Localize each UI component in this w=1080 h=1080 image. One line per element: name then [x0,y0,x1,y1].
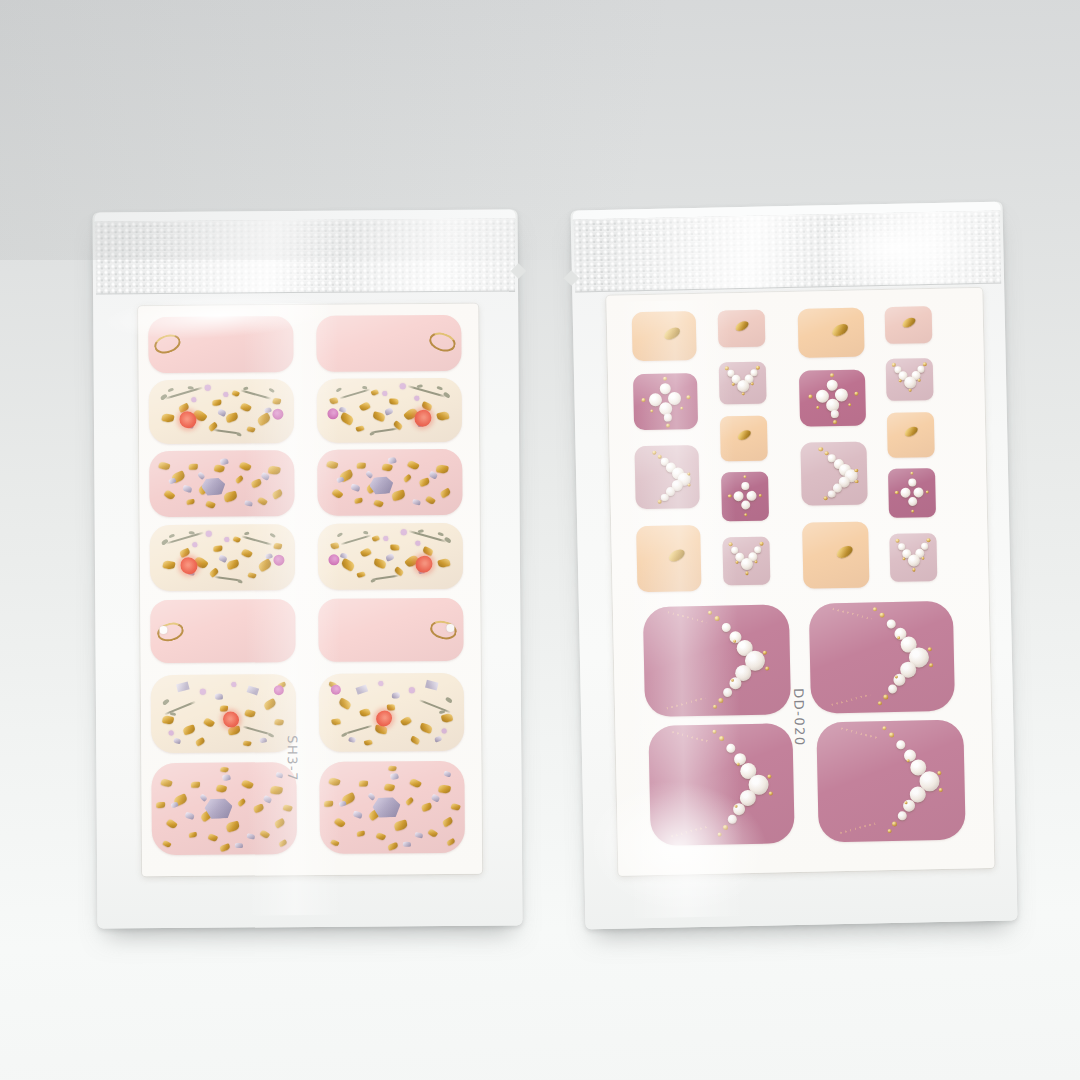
nail-design [888,468,936,518]
fingernail-wrap-sticker [148,316,293,373]
gold-foil-flake [213,465,224,474]
gold-foil-flake [188,464,197,470]
nail-design [317,449,462,516]
gold-foil-flake [330,397,339,405]
pink-dot [327,408,338,419]
gold-foil-flake [207,834,218,843]
gold-foil-flake [354,498,363,504]
gold-foil-flake [244,709,256,719]
gold-dot [883,694,888,699]
silver-foil-flake [220,457,229,465]
nail-design [802,521,869,588]
fingernail-wrap-sticker [318,523,463,590]
gold-dot [892,822,897,827]
silver-foil-flake [336,476,344,483]
pearl-rhinestone [741,501,750,510]
silver-foil-flake [235,843,243,848]
silver-foil-flake [339,406,347,413]
toenail-wrap-sticker [632,311,697,361]
gold-dot [912,568,916,572]
nail-sticker-grid [93,210,523,929]
gold-dot [929,663,933,667]
gold-foil-flake [226,559,240,570]
gold-foil-flake [162,559,175,569]
gold-dot [708,610,712,614]
silver-foil-flake [215,693,223,699]
leaf [437,386,444,391]
nail-design [149,450,294,517]
silver-rect [425,680,439,691]
gold-foil-flake [213,545,222,551]
gold-dot [737,762,740,765]
gold-foil-flake [451,803,461,811]
silver-rect [246,686,259,696]
gold-foil-flake [205,500,216,509]
gold-foil-flake [372,534,380,541]
gold-foil-flake [162,715,175,725]
pearl-rhinestone [897,811,906,820]
silver-foil-flake [340,552,348,559]
silver-foil-flake [217,409,227,418]
pearl-rhinestone [835,388,848,401]
gold-foil-flake [375,832,386,841]
gold-dot [735,561,738,564]
fingernail-wrap-sticker [316,315,461,372]
silver-foil-flake [263,795,273,804]
lilac-flower [191,397,196,402]
lilac-flower [400,529,406,535]
gold-dot [687,483,691,487]
gold-dot [741,392,745,396]
white-dot [446,624,454,632]
gold-dot [854,391,858,395]
gold-dot [819,447,824,452]
gold-foil-flake [251,478,263,488]
fingernail-wrap-sticker [319,761,465,854]
gold-foil-flake [373,558,387,569]
silver-foil-flake [244,500,253,507]
fingernail-wrap-sticker [317,449,462,516]
gold-dot [745,572,749,576]
pink-dot [328,555,339,566]
nail-design [719,362,767,405]
gold-dot [889,733,894,738]
lilac-flower [192,543,197,548]
gold-foil-flake [256,412,272,426]
nail-design [151,674,297,753]
product-code: DD-020 [791,687,807,747]
gold-foil-flake [325,459,338,469]
toenail-wrap-sticker [722,537,770,586]
silver-foil-flake [184,812,194,820]
gold-dot [923,362,927,366]
silver-foil-flake [275,772,283,779]
gold-foil-flake [371,389,379,396]
gold-foil-flake [436,411,449,421]
gold-dot [855,469,859,473]
nail-design [319,673,465,752]
nail-design [149,379,294,444]
gold-dot [855,480,859,484]
silver-foil-flake [386,553,396,562]
gold-dot [666,424,670,428]
coral-flower [180,411,197,428]
toenail-wrap-sticker [719,362,767,405]
pearl-rhinestone [728,815,737,824]
pearl-rhinestone [726,744,735,753]
gold-dot [824,496,828,500]
silver-foil-flake [197,472,206,480]
gold-foil-flake [160,778,173,788]
gold-foil-flake [328,777,341,787]
pearl-rhinestone [831,410,839,418]
toenail-wrap-sticker [800,441,867,505]
gold-foil-flake [372,411,386,422]
gold-foil-flake [330,839,339,847]
silver-foil-flake [414,832,423,839]
pink-dot [331,684,341,694]
nail-design [318,598,463,662]
leaf-sprig [240,390,271,400]
lilac-flower [415,541,420,546]
toenail-wrap-sticker [633,373,698,430]
silver-foil-flake [365,470,374,478]
gold-foil-flake [247,572,256,579]
gold-foil-flake [271,488,283,499]
gold-stud [830,322,850,339]
gold-foil-flake [341,557,357,571]
nail-sticker-grid [571,202,1018,930]
gold-foil-flake [405,797,414,806]
big-toenail-wrap-sticker [809,601,955,714]
gold-dot [817,406,820,409]
gold-dot [895,539,899,543]
pearl-rhinestone [746,490,756,500]
gold-foil-flake [389,398,398,404]
gold-foil-flake [331,542,340,550]
leaf-sprig [164,700,196,714]
nail-design [636,525,701,592]
fingernail-wrap-sticker [149,450,294,517]
gold-foil-flake [440,713,453,723]
gold-stud [734,319,750,333]
gold-stud [737,428,753,442]
silver-foil-flake [171,802,179,809]
silver-foil-flake [182,485,192,493]
gold-dot [728,494,732,498]
gold-foil-flake [164,489,176,501]
lilac-flower [200,689,206,695]
nail-design [722,537,770,586]
leaf [370,578,376,583]
leaf [268,733,275,738]
leaf [335,387,342,393]
glitter-line [672,731,711,743]
nail-design [148,316,293,373]
gold-dot [718,833,722,837]
lilac-flower [231,682,236,687]
gold-foil-flake [241,779,254,790]
gold-foil-flake [390,544,399,550]
gold-foil-flake [356,425,365,432]
fingernail-wrap-sticker [151,674,297,753]
fingernail-wrap-sticker [317,378,462,443]
silver-foil-flake [168,478,176,485]
toenail-wrap-sticker [636,525,701,592]
gold-dot [680,407,683,410]
nail-design [720,416,768,462]
pearl-rhinestone [741,482,749,490]
gold-foil-flake [425,496,436,506]
nail-design [885,306,933,344]
big-toenail-wrap-sticker [816,719,965,842]
gold-ring [152,331,183,357]
gold-dot [937,771,941,775]
toenail-wrap-sticker [886,358,934,401]
nail-design [150,524,295,591]
gold-foil-flake [441,816,453,827]
gold-foil-flake [190,782,199,788]
silver-foil-flake [222,773,231,781]
toenail-wrap-sticker [634,445,699,509]
lilac-flower [409,687,415,693]
gold-dot [921,557,924,560]
gold-foil-flake [338,697,352,710]
pearl-rhinestone [908,478,916,486]
silver-foil-flake [173,737,181,744]
gold-dot [830,373,834,377]
gold-dot [878,701,882,705]
pearl-rhinestone [733,491,743,501]
gold-dot [650,409,653,412]
gold-foil-flake [283,804,293,812]
silver-foil-flake [339,800,347,807]
silver-foil-flake [392,692,400,698]
coral-flower [376,711,392,727]
leaf [243,386,248,390]
pink-dot [273,555,284,566]
pearl-rhinestone [908,497,917,506]
gold-foil-flake [257,558,273,572]
silver-foil-flake [349,736,357,743]
leaf [161,698,169,705]
glitter-line [667,611,706,623]
gold-foil-flake [403,474,412,483]
pearl-rhinestone [668,391,681,404]
coral-flower [223,712,239,728]
nail-design [317,378,462,443]
gold-dot [848,404,851,407]
gold-foil-flake [253,803,265,813]
gold-dot [887,829,891,833]
gold-foil-flake [166,818,178,830]
gold-dot [899,379,902,382]
gold-foil-flake [391,490,406,502]
gold-foil-flake [223,491,238,503]
gold-foil-flake [428,828,439,838]
gold-foil-flake [332,718,342,726]
gold-dot [733,640,736,643]
gold-foil-flake [162,840,171,848]
gold-dot [925,490,929,494]
gold-foil-flake [156,802,165,808]
lilac-flower [205,385,211,391]
big-toenail-wrap-sticker [643,604,791,717]
leaf [336,532,343,538]
toenail-wrap-sticker [799,369,866,426]
fingernail-wrap-sticker [150,524,295,591]
gold-foil-flake [410,736,421,745]
leaf [416,384,422,388]
leaf [167,388,174,393]
gold-foil-flake [278,839,287,847]
pearl-rhinestone [661,494,669,502]
gold-foil-flake [435,464,448,474]
leaf [188,386,194,390]
toenail-wrap-sticker [720,416,768,462]
leaf-sprig [339,389,370,400]
leaf [363,531,368,535]
leaf [189,531,195,535]
nail-design [721,472,769,522]
gold-foil-flake [219,843,230,852]
gold-dot [897,637,900,640]
toenail-wrap-sticker [802,521,869,588]
pearl-rhinestone [913,487,923,497]
gold-dot [769,791,773,795]
silver-foil-flake [443,770,451,777]
gold-foil-flake [394,820,409,832]
leaf [170,712,176,716]
gold-foil-flake [232,390,240,397]
gold-foil-flake [212,400,221,406]
nail-design [632,311,697,361]
gold-foil-flake [438,784,451,794]
glitter-line [671,825,710,837]
coral-flower [181,557,198,574]
leaf [445,696,453,703]
gold-dot [905,801,908,804]
gold-foil-flake [373,499,384,508]
white-dot [159,626,167,634]
gold-foil-flake [324,801,333,807]
gold-dot [652,451,657,456]
leaf [168,533,175,538]
leaf [340,732,347,737]
silver-foil-flake [259,737,267,744]
toenail-wrap-sticker [721,472,769,522]
toenail-wrap-sticker [889,533,937,582]
pearl-rhinestone [722,623,731,632]
nail-design [633,373,698,430]
lilac-flower [169,730,174,735]
gold-foil-flake [188,832,197,838]
gold-stud [663,325,683,342]
package-toenail-wraps: DD-020 [571,202,1018,930]
gold-dot [732,383,735,386]
fingernail-wrap-sticker [318,598,463,662]
gold-dot [663,377,667,381]
gold-foil-flake [257,497,268,507]
gold-foil-flake [260,829,271,839]
gold-foil-flake [203,717,215,728]
toenail-wrap-sticker [718,310,766,348]
silver-foil-flake [431,793,441,802]
leaf [270,533,277,539]
toenail-wrap-sticker [798,307,865,357]
gold-foil-flake [272,397,281,405]
gold-foil-flake [388,766,397,772]
gold-foil-flake [233,535,241,542]
gold-foil-flake [356,462,365,468]
fingernail-wrap-sticker [149,379,294,444]
gold-foil-flake [238,461,251,472]
coral-flower [415,556,432,573]
gold-dot [808,394,812,398]
gold-foil-flake [226,821,241,833]
gold-foil-flake [267,465,280,475]
photo-scene: SH3-7 DD-020 [0,0,1080,1080]
gold-foil-flake [263,698,277,711]
glitter-line [832,693,871,705]
gold-dot [713,730,717,734]
silver-foil-flake [368,792,377,800]
pink-dot [273,685,283,695]
gold-foil-flake [360,708,372,718]
silver-foil-flake [260,472,270,481]
lilac-flower [383,536,388,541]
gold-dot [927,538,931,542]
gold-foil-flake [387,704,395,711]
product-code: SH3-7 [285,729,300,789]
pearl-rhinestone [896,740,905,749]
pearl-rhinestone [737,380,749,392]
silver-foil-flake [264,407,272,414]
lilac-flower [379,681,384,686]
gold-stud [667,547,687,564]
leaf-sprig [340,534,371,545]
leaf [417,529,423,533]
pearl-rhinestone [723,688,732,697]
gold-dot [756,366,760,370]
gold-foil-flake [437,557,450,567]
pearl-rhinestone [828,490,836,498]
glitter-line [841,728,880,740]
leaf [160,538,168,545]
gold-foil-flake [439,487,451,498]
gold-foil-flake [237,798,246,807]
gold-stud [901,315,917,329]
fingernail-wrap-sticker [151,762,297,855]
gold-stud [904,424,920,438]
lilac-flower [206,530,212,536]
gold-dot [895,491,899,495]
toenail-wrap-sticker [888,468,936,518]
nail-design [800,441,867,505]
nail-design [718,310,766,348]
gold-dot [873,607,877,611]
silver-foil-flake [403,842,411,847]
gold-foil-flake [273,543,282,551]
gold-foil-flake [340,411,356,425]
leaf [244,532,249,536]
gold-dot [895,675,898,678]
nail-design [887,412,935,458]
gold-dot [767,774,771,778]
silver-foil-flake [350,484,360,492]
silver-foil-flake [385,407,395,416]
gold-foil-flake [182,724,196,735]
